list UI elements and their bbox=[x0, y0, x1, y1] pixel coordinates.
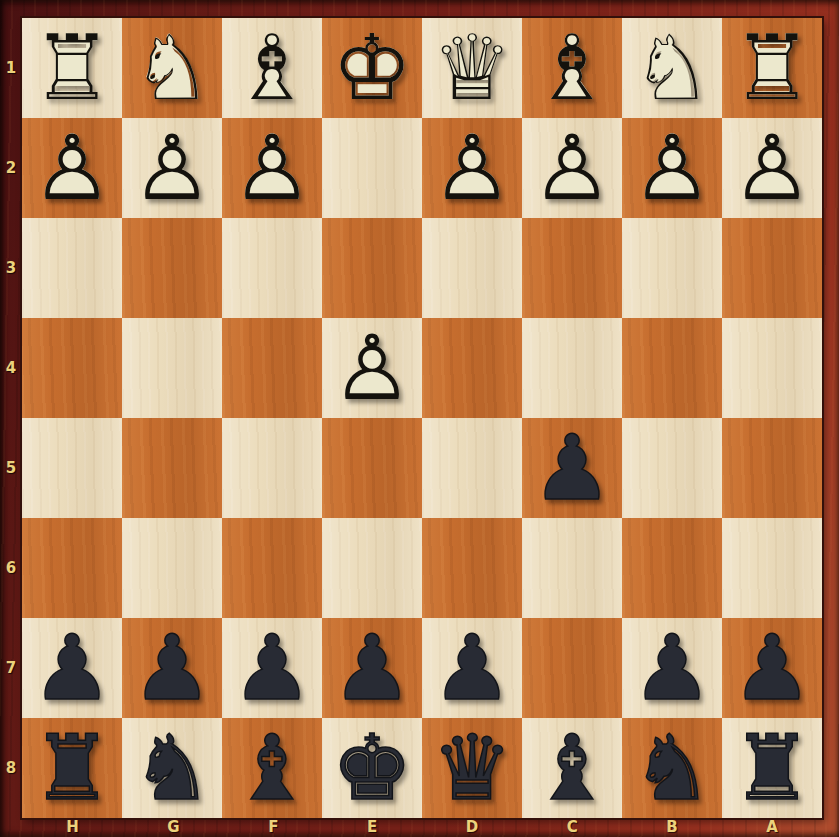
piece-glyph-outline: ♗ bbox=[222, 18, 322, 118]
file-label-e: E bbox=[323, 817, 422, 837]
square-a1[interactable]: ♜♖ bbox=[722, 18, 822, 118]
piece-glyph-outline: ♙ bbox=[722, 118, 822, 218]
square-a5[interactable] bbox=[722, 418, 822, 518]
piece-white-pawn[interactable]: ♟♙ bbox=[522, 118, 622, 218]
square-f4[interactable] bbox=[222, 318, 322, 418]
piece-black-pawn[interactable]: ♟ bbox=[522, 418, 622, 518]
file-label-c: C bbox=[522, 817, 622, 837]
square-h2[interactable]: ♟♙ bbox=[22, 118, 122, 218]
file-label-h: H bbox=[22, 817, 123, 837]
chess-board: ♜♖♞♘♝♗♚♔♛♕♝♗♞♘♜♖♟♙♟♙♟♙♟♙♟♙♟♙♟♙♟♙♟♟♟♟♟♟♟♟… bbox=[22, 18, 822, 818]
square-e3[interactable] bbox=[322, 218, 422, 318]
piece-glyph-fill: ♞ bbox=[122, 718, 222, 818]
square-a4[interactable] bbox=[722, 318, 822, 418]
square-f8[interactable]: ♝ bbox=[222, 718, 322, 818]
square-c4[interactable] bbox=[522, 318, 622, 418]
square-a8[interactable]: ♜ bbox=[722, 718, 822, 818]
piece-glyph-fill: ♞ bbox=[622, 718, 722, 818]
file-label-a: A bbox=[722, 817, 822, 837]
piece-white-bishop[interactable]: ♝♗ bbox=[222, 18, 322, 118]
square-c6[interactable] bbox=[522, 518, 622, 618]
square-d3[interactable] bbox=[422, 218, 522, 318]
piece-glyph-outline: ♖ bbox=[22, 18, 122, 118]
piece-black-knight[interactable]: ♞ bbox=[622, 718, 722, 818]
piece-white-queen[interactable]: ♛♕ bbox=[422, 18, 522, 118]
piece-black-king[interactable]: ♚ bbox=[322, 718, 422, 818]
piece-glyph-fill: ♟ bbox=[122, 618, 222, 718]
square-c5[interactable]: ♟ bbox=[522, 418, 622, 518]
piece-white-pawn[interactable]: ♟♙ bbox=[622, 118, 722, 218]
piece-glyph-outline: ♖ bbox=[722, 18, 822, 118]
file-label-b: B bbox=[622, 817, 722, 837]
piece-black-pawn[interactable]: ♟ bbox=[622, 618, 722, 718]
square-b3[interactable] bbox=[622, 218, 722, 318]
square-a3[interactable] bbox=[722, 218, 822, 318]
rank-label-1: 1 bbox=[0, 18, 22, 118]
rank-label-5: 5 bbox=[0, 418, 22, 518]
square-g2[interactable]: ♟♙ bbox=[122, 118, 222, 218]
square-e2[interactable] bbox=[322, 118, 422, 218]
square-f5[interactable] bbox=[222, 418, 322, 518]
piece-black-pawn[interactable]: ♟ bbox=[722, 618, 822, 718]
square-d6[interactable] bbox=[422, 518, 522, 618]
square-e8[interactable]: ♚ bbox=[322, 718, 422, 818]
piece-glyph-outline: ♙ bbox=[622, 118, 722, 218]
rank-label-2: 2 bbox=[0, 118, 22, 218]
piece-white-pawn[interactable]: ♟♙ bbox=[22, 118, 122, 218]
piece-glyph-fill: ♟ bbox=[222, 618, 322, 718]
piece-black-bishop[interactable]: ♝ bbox=[522, 718, 622, 818]
piece-glyph-outline: ♙ bbox=[222, 118, 322, 218]
piece-white-pawn[interactable]: ♟♙ bbox=[222, 118, 322, 218]
piece-white-pawn[interactable]: ♟♙ bbox=[322, 318, 422, 418]
square-h7[interactable]: ♟ bbox=[22, 618, 122, 718]
piece-glyph-fill: ♟ bbox=[322, 618, 422, 718]
piece-glyph-fill: ♝ bbox=[522, 718, 622, 818]
square-f7[interactable]: ♟ bbox=[222, 618, 322, 718]
square-d5[interactable] bbox=[422, 418, 522, 518]
piece-glyph-fill: ♟ bbox=[22, 618, 122, 718]
piece-glyph-fill: ♜ bbox=[22, 718, 122, 818]
square-d8[interactable]: ♛ bbox=[422, 718, 522, 818]
piece-black-pawn[interactable]: ♟ bbox=[222, 618, 322, 718]
square-g6[interactable] bbox=[122, 518, 222, 618]
piece-glyph-fill: ♜ bbox=[722, 718, 822, 818]
square-e4[interactable]: ♟♙ bbox=[322, 318, 422, 418]
square-h6[interactable] bbox=[22, 518, 122, 618]
square-c1[interactable]: ♝♗ bbox=[522, 18, 622, 118]
piece-glyph-outline: ♙ bbox=[422, 118, 522, 218]
piece-white-bishop[interactable]: ♝♗ bbox=[522, 18, 622, 118]
square-f1[interactable]: ♝♗ bbox=[222, 18, 322, 118]
square-b5[interactable] bbox=[622, 418, 722, 518]
square-b6[interactable] bbox=[622, 518, 722, 618]
piece-glyph-fill: ♟ bbox=[422, 618, 522, 718]
file-label-g: G bbox=[123, 817, 224, 837]
square-g3[interactable] bbox=[122, 218, 222, 318]
piece-black-knight[interactable]: ♞ bbox=[122, 718, 222, 818]
rank-label-7: 7 bbox=[0, 618, 22, 718]
square-b1[interactable]: ♞♘ bbox=[622, 18, 722, 118]
square-b4[interactable] bbox=[622, 318, 722, 418]
piece-black-pawn[interactable]: ♟ bbox=[22, 618, 122, 718]
piece-glyph-fill: ♚ bbox=[322, 718, 422, 818]
square-d7[interactable]: ♟ bbox=[422, 618, 522, 718]
square-h4[interactable] bbox=[22, 318, 122, 418]
piece-glyph-fill: ♝ bbox=[222, 718, 322, 818]
rank-labels: 12345678 bbox=[0, 18, 22, 818]
square-b8[interactable]: ♞ bbox=[622, 718, 722, 818]
piece-glyph-outline: ♙ bbox=[522, 118, 622, 218]
square-f3[interactable] bbox=[222, 218, 322, 318]
square-g5[interactable] bbox=[122, 418, 222, 518]
square-e6[interactable] bbox=[322, 518, 422, 618]
chess-board-frame: 12345678 HGFEDCBA ♜♖♞♘♝♗♚♔♛♕♝♗♞♘♜♖♟♙♟♙♟♙… bbox=[0, 0, 839, 837]
file-label-d: D bbox=[421, 817, 522, 837]
piece-white-pawn[interactable]: ♟♙ bbox=[122, 118, 222, 218]
square-d4[interactable] bbox=[422, 318, 522, 418]
piece-glyph-fill: ♛ bbox=[422, 718, 522, 818]
square-b2[interactable]: ♟♙ bbox=[622, 118, 722, 218]
rank-label-3: 3 bbox=[0, 218, 22, 318]
square-e5[interactable] bbox=[322, 418, 422, 518]
piece-black-pawn[interactable]: ♟ bbox=[422, 618, 522, 718]
square-f2[interactable]: ♟♙ bbox=[222, 118, 322, 218]
piece-glyph-outline: ♕ bbox=[422, 18, 522, 118]
piece-black-pawn[interactable]: ♟ bbox=[322, 618, 422, 718]
square-a7[interactable]: ♟ bbox=[722, 618, 822, 718]
square-b7[interactable]: ♟ bbox=[622, 618, 722, 718]
square-c7[interactable] bbox=[522, 618, 622, 718]
square-h3[interactable] bbox=[22, 218, 122, 318]
piece-glyph-fill: ♟ bbox=[522, 418, 622, 518]
piece-white-king[interactable]: ♚♔ bbox=[322, 18, 422, 118]
square-c8[interactable]: ♝ bbox=[522, 718, 622, 818]
piece-glyph-outline: ♙ bbox=[122, 118, 222, 218]
piece-black-bishop[interactable]: ♝ bbox=[222, 718, 322, 818]
square-f6[interactable] bbox=[222, 518, 322, 618]
piece-glyph-outline: ♔ bbox=[322, 18, 422, 118]
square-g8[interactable]: ♞ bbox=[122, 718, 222, 818]
file-labels: HGFEDCBA bbox=[22, 817, 822, 837]
piece-glyph-outline: ♘ bbox=[122, 18, 222, 118]
piece-white-pawn[interactable]: ♟♙ bbox=[422, 118, 522, 218]
square-e7[interactable]: ♟ bbox=[322, 618, 422, 718]
piece-black-pawn[interactable]: ♟ bbox=[122, 618, 222, 718]
square-g7[interactable]: ♟ bbox=[122, 618, 222, 718]
piece-white-knight[interactable]: ♞♘ bbox=[622, 18, 722, 118]
square-h8[interactable]: ♜ bbox=[22, 718, 122, 818]
piece-glyph-fill: ♟ bbox=[622, 618, 722, 718]
square-d2[interactable]: ♟♙ bbox=[422, 118, 522, 218]
piece-glyph-outline: ♘ bbox=[622, 18, 722, 118]
piece-glyph-fill: ♟ bbox=[722, 618, 822, 718]
piece-black-rook[interactable]: ♜ bbox=[722, 718, 822, 818]
piece-black-queen[interactable]: ♛ bbox=[422, 718, 522, 818]
piece-white-pawn[interactable]: ♟♙ bbox=[722, 118, 822, 218]
piece-glyph-outline: ♙ bbox=[322, 318, 422, 418]
square-c3[interactable] bbox=[522, 218, 622, 318]
square-g1[interactable]: ♞♘ bbox=[122, 18, 222, 118]
square-h5[interactable] bbox=[22, 418, 122, 518]
rank-label-4: 4 bbox=[0, 318, 22, 418]
square-h1[interactable]: ♜♖ bbox=[22, 18, 122, 118]
piece-glyph-outline: ♗ bbox=[522, 18, 622, 118]
square-a2[interactable]: ♟♙ bbox=[722, 118, 822, 218]
rank-label-6: 6 bbox=[0, 518, 22, 618]
rank-label-8: 8 bbox=[0, 718, 22, 818]
piece-black-rook[interactable]: ♜ bbox=[22, 718, 122, 818]
square-a6[interactable] bbox=[722, 518, 822, 618]
square-d1[interactable]: ♛♕ bbox=[422, 18, 522, 118]
file-label-f: F bbox=[224, 817, 323, 837]
piece-white-rook[interactable]: ♜♖ bbox=[22, 18, 122, 118]
piece-white-knight[interactable]: ♞♘ bbox=[122, 18, 222, 118]
square-c2[interactable]: ♟♙ bbox=[522, 118, 622, 218]
piece-white-rook[interactable]: ♜♖ bbox=[722, 18, 822, 118]
piece-glyph-outline: ♙ bbox=[22, 118, 122, 218]
square-g4[interactable] bbox=[122, 318, 222, 418]
square-e1[interactable]: ♚♔ bbox=[322, 18, 422, 118]
